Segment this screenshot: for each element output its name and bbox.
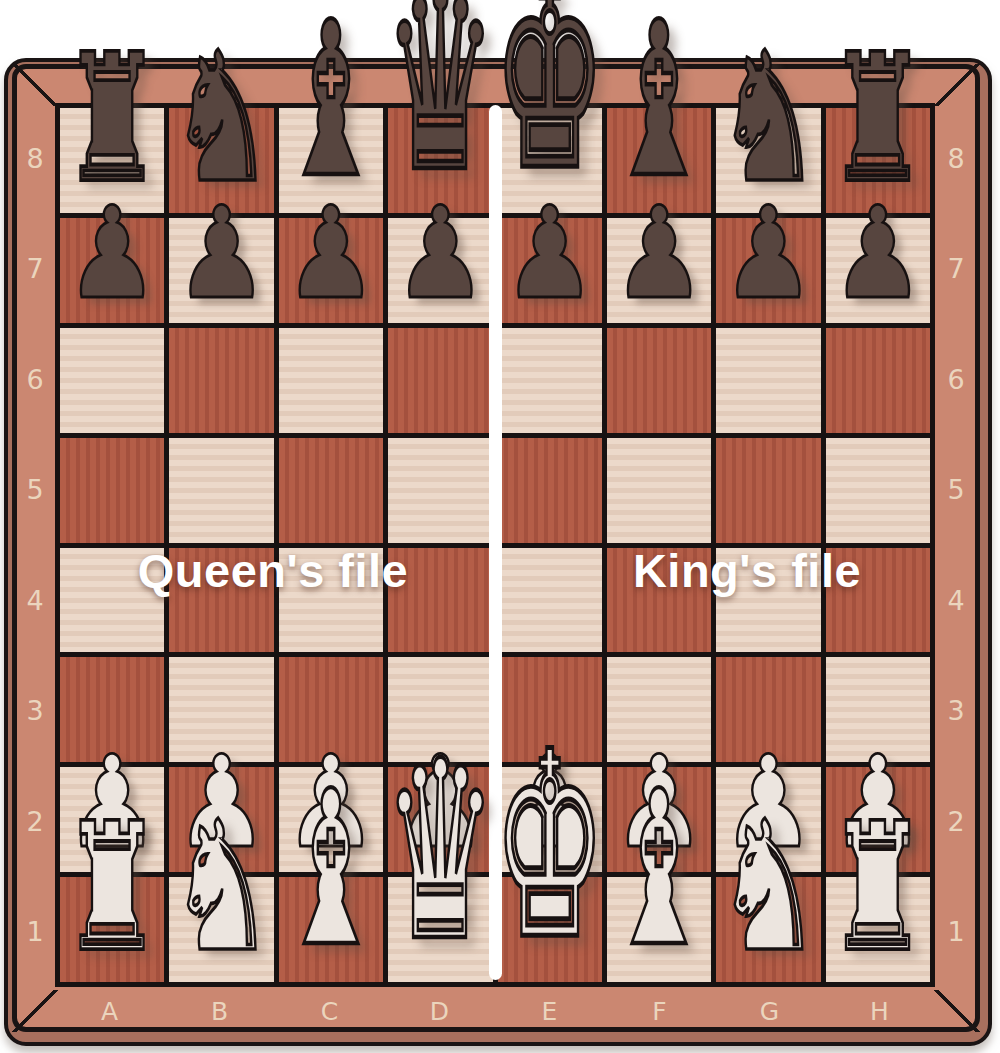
file-label-c: C (275, 992, 385, 1030)
file-label-b: B (165, 992, 275, 1030)
square-a6[interactable] (60, 328, 164, 433)
rank-label-right-1: 1 (937, 877, 975, 988)
square-f1[interactable]: ♝ (607, 877, 711, 982)
square-g1[interactable]: ♞ (716, 877, 820, 982)
square-g7[interactable]: ♟ (716, 218, 820, 323)
black-pawn-e7[interactable]: ♟ (503, 190, 596, 317)
black-pawn-h7[interactable]: ♟ (831, 190, 924, 317)
square-e5[interactable] (498, 438, 602, 543)
square-h1[interactable]: ♜ (826, 877, 930, 982)
black-bishop-f8[interactable]: ♝ (607, 0, 711, 207)
square-b6[interactable] (169, 328, 273, 433)
square-b5[interactable] (169, 438, 273, 543)
file-label-h: H (825, 992, 935, 1030)
square-e4[interactable] (498, 548, 602, 653)
rank-label-right-7: 7 (937, 214, 975, 325)
square-e1[interactable]: ♚ (498, 877, 602, 982)
rank-label-right-3: 3 (937, 656, 975, 767)
file-label-a: A (55, 992, 165, 1030)
rank-label-right-4: 4 (937, 545, 975, 656)
board-frame: 87654321 87654321 ABCDEFGH ♜♞♝♛♚♝♞♜♟♟♟♟♟… (12, 64, 980, 1032)
white-knight-g1[interactable]: ♞ (716, 797, 822, 976)
square-c5[interactable] (279, 438, 383, 543)
rank-label-left-6: 6 (16, 324, 54, 435)
rank-label-left-5: 5 (16, 435, 54, 546)
square-g6[interactable] (716, 328, 820, 433)
file-label-f: F (605, 992, 715, 1030)
black-bishop-c8[interactable]: ♝ (279, 0, 383, 207)
file-label-d: D (385, 992, 495, 1030)
black-pawn-d7[interactable]: ♟ (394, 190, 487, 317)
rank-labels-left: 87654321 (16, 103, 54, 987)
rank-label-left-3: 3 (16, 656, 54, 767)
illustrated-chess-diagram: { "game": "chess", "diagram_title": "Sta… (0, 0, 1000, 1053)
square-e7[interactable]: ♟ (498, 218, 602, 323)
square-c7[interactable]: ♟ (279, 218, 383, 323)
black-pawn-f7[interactable]: ♟ (612, 190, 705, 317)
black-pawn-a7[interactable]: ♟ (66, 190, 159, 317)
square-b1[interactable]: ♞ (169, 877, 273, 982)
square-d1[interactable]: ♛ (388, 877, 492, 982)
square-b7[interactable]: ♟ (169, 218, 273, 323)
white-rook-a1[interactable]: ♜ (62, 799, 162, 976)
rank-label-right-6: 6 (937, 324, 975, 435)
square-c6[interactable] (279, 328, 383, 433)
board-outer-edge: 87654321 87654321 ABCDEFGH ♜♞♝♛♚♝♞♜♟♟♟♟♟… (4, 58, 992, 1046)
black-king-e8[interactable]: ♚ (493, 0, 606, 207)
square-f6[interactable] (607, 328, 711, 433)
square-f5[interactable] (607, 438, 711, 543)
white-bishop-f1[interactable]: ♝ (607, 763, 711, 976)
square-e6[interactable] (498, 328, 602, 433)
black-pawn-g7[interactable]: ♟ (722, 190, 815, 317)
rank-label-right-5: 5 (937, 435, 975, 546)
queens-file-label: Queen's file (138, 543, 409, 598)
rank-label-right-2: 2 (937, 766, 975, 877)
file-label-g: G (715, 992, 825, 1030)
rank-label-left-2: 2 (16, 766, 54, 877)
square-d7[interactable]: ♟ (388, 218, 492, 323)
square-d5[interactable] (388, 438, 492, 543)
black-pawn-c7[interactable]: ♟ (284, 190, 377, 317)
kings-file-label: King's file (633, 543, 861, 598)
black-pawn-b7[interactable]: ♟ (175, 190, 268, 317)
square-a1[interactable]: ♜ (60, 877, 164, 982)
white-bishop-c1[interactable]: ♝ (279, 763, 383, 976)
square-a7[interactable]: ♟ (60, 218, 164, 323)
file-label-e: E (495, 992, 605, 1030)
rank-label-left-1: 1 (16, 877, 54, 988)
rank-label-left-8: 8 (16, 103, 54, 214)
rank-label-right-8: 8 (937, 103, 975, 214)
black-queen-d8[interactable]: ♛ (384, 0, 497, 207)
white-knight-b1[interactable]: ♞ (169, 797, 275, 976)
square-a5[interactable] (60, 438, 164, 543)
frame-miter-top-left (12, 64, 58, 106)
rank-label-left-4: 4 (16, 545, 54, 656)
rank-labels-right: 87654321 (937, 103, 975, 987)
file-labels-bottom: ABCDEFGH (55, 992, 935, 1030)
square-f7[interactable]: ♟ (607, 218, 711, 323)
white-rook-h1[interactable]: ♜ (828, 799, 928, 976)
square-c1[interactable]: ♝ (279, 877, 383, 982)
square-h7[interactable]: ♟ (826, 218, 930, 323)
white-king-e1[interactable]: ♚ (493, 719, 606, 976)
square-h6[interactable] (826, 328, 930, 433)
square-g5[interactable] (716, 438, 820, 543)
square-h5[interactable] (826, 438, 930, 543)
rank-label-left-7: 7 (16, 214, 54, 325)
white-queen-d1[interactable]: ♛ (384, 729, 497, 976)
frame-miter-top-right (934, 64, 980, 106)
square-d6[interactable] (388, 328, 492, 433)
frame-miter-bottom-left (12, 990, 58, 1032)
frame-miter-bottom-right (934, 990, 980, 1032)
